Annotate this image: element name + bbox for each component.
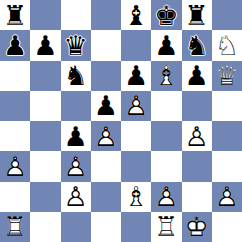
white-piece-outline: ♖ xyxy=(151,212,181,242)
square-f4[interactable] xyxy=(151,121,181,151)
square-f3[interactable] xyxy=(151,151,181,181)
square-h3[interactable] xyxy=(212,151,242,181)
square-c4[interactable]: ♟ xyxy=(61,121,91,151)
square-g5[interactable] xyxy=(182,91,212,121)
square-a4[interactable] xyxy=(0,121,30,151)
square-g4[interactable]: ♟♙ xyxy=(182,121,212,151)
square-h2[interactable]: ♟♙ xyxy=(212,182,242,212)
square-c7[interactable]: ♛ xyxy=(61,30,91,60)
square-d1[interactable] xyxy=(91,212,121,242)
square-b1[interactable] xyxy=(30,212,60,242)
square-d2[interactable] xyxy=(91,182,121,212)
square-h4[interactable] xyxy=(212,121,242,151)
square-f1[interactable]: ♜♖ xyxy=(151,212,181,242)
white-pawn[interactable]: ♟♙ xyxy=(121,91,151,121)
white-pawn[interactable]: ♟♙ xyxy=(91,121,121,151)
square-a2[interactable] xyxy=(0,182,30,212)
black-rook[interactable]: ♜ xyxy=(0,0,30,30)
black-pawn[interactable]: ♟ xyxy=(91,91,121,121)
square-a8[interactable]: ♜ xyxy=(0,0,30,30)
black-piece-glyph: ♟ xyxy=(61,121,91,151)
square-h6[interactable]: ♛♕ xyxy=(212,61,242,91)
white-piece-outline: ♔ xyxy=(182,212,212,242)
square-c2[interactable]: ♟♙ xyxy=(61,182,91,212)
square-f2[interactable]: ♟♙ xyxy=(151,182,181,212)
square-e3[interactable] xyxy=(121,151,151,181)
black-knight[interactable]: ♞ xyxy=(182,30,212,60)
square-d5[interactable]: ♟ xyxy=(91,91,121,121)
square-h8[interactable] xyxy=(212,0,242,30)
black-queen[interactable]: ♛ xyxy=(61,30,91,60)
white-piece-outline: ♗ xyxy=(121,182,151,212)
black-piece-glyph: ♟ xyxy=(30,30,60,60)
square-g3[interactable] xyxy=(182,151,212,181)
white-rook[interactable]: ♜♖ xyxy=(0,212,30,242)
black-king[interactable]: ♚ xyxy=(151,0,181,30)
black-piece-glyph: ♟ xyxy=(182,61,212,91)
white-king[interactable]: ♚♔ xyxy=(182,212,212,242)
black-piece-glyph: ♜ xyxy=(0,0,30,30)
square-b6[interactable] xyxy=(30,61,60,91)
square-f6[interactable]: ♝♗ xyxy=(151,61,181,91)
square-f8[interactable]: ♚ xyxy=(151,0,181,30)
black-bishop[interactable]: ♝ xyxy=(121,0,151,30)
white-piece-outline: ♕ xyxy=(212,61,242,91)
square-g2[interactable] xyxy=(182,182,212,212)
black-piece-glyph: ♞ xyxy=(182,30,212,60)
square-e5[interactable]: ♟♙ xyxy=(121,91,151,121)
white-pawn[interactable]: ♟♙ xyxy=(151,182,181,212)
white-piece-outline: ♙ xyxy=(182,121,212,151)
white-pawn[interactable]: ♟♙ xyxy=(61,151,91,181)
white-queen[interactable]: ♛♕ xyxy=(212,61,242,91)
square-d4[interactable]: ♟♙ xyxy=(91,121,121,151)
white-piece-outline: ♙ xyxy=(121,91,151,121)
white-rook[interactable]: ♜♖ xyxy=(151,212,181,242)
square-h1[interactable] xyxy=(212,212,242,242)
white-piece-outline: ♙ xyxy=(91,121,121,151)
square-a1[interactable]: ♜♖ xyxy=(0,212,30,242)
black-pawn[interactable]: ♟ xyxy=(182,61,212,91)
black-piece-glyph: ♛ xyxy=(61,30,91,60)
black-rook[interactable]: ♜ xyxy=(182,0,212,30)
white-pawn[interactable]: ♟♙ xyxy=(61,182,91,212)
square-a6[interactable] xyxy=(0,61,30,91)
square-b4[interactable] xyxy=(30,121,60,151)
black-piece-glyph: ♚ xyxy=(151,0,181,30)
square-e2[interactable]: ♝♗ xyxy=(121,182,151,212)
white-piece-outline: ♘ xyxy=(212,30,242,60)
square-d8[interactable] xyxy=(91,0,121,30)
white-pawn[interactable]: ♟♙ xyxy=(212,182,242,212)
square-g1[interactable]: ♚♔ xyxy=(182,212,212,242)
square-h5[interactable] xyxy=(212,91,242,121)
white-pawn[interactable]: ♟♙ xyxy=(182,121,212,151)
white-piece-outline: ♙ xyxy=(61,182,91,212)
black-piece-glyph: ♝ xyxy=(121,0,151,30)
square-f7[interactable]: ♟ xyxy=(151,30,181,60)
white-knight[interactable]: ♞♘ xyxy=(212,30,242,60)
square-b8[interactable] xyxy=(30,0,60,30)
white-piece-outline: ♗ xyxy=(151,61,181,91)
black-pawn[interactable]: ♟ xyxy=(151,30,181,60)
black-piece-glyph: ♟ xyxy=(91,91,121,121)
square-c5[interactable] xyxy=(61,91,91,121)
white-bishop[interactable]: ♝♗ xyxy=(151,61,181,91)
black-pawn[interactable]: ♟ xyxy=(121,61,151,91)
square-a7[interactable]: ♟ xyxy=(0,30,30,60)
black-pawn[interactable]: ♟ xyxy=(61,121,91,151)
square-e8[interactable]: ♝ xyxy=(121,0,151,30)
white-piece-outline: ♙ xyxy=(0,151,30,181)
square-d6[interactable] xyxy=(91,61,121,91)
square-b3[interactable] xyxy=(30,151,60,181)
square-c6[interactable]: ♞ xyxy=(61,61,91,91)
square-c8[interactable] xyxy=(61,0,91,30)
square-c1[interactable] xyxy=(61,212,91,242)
square-e1[interactable] xyxy=(121,212,151,242)
square-g7[interactable]: ♞ xyxy=(182,30,212,60)
white-piece-outline: ♙ xyxy=(212,182,242,212)
black-piece-glyph: ♟ xyxy=(151,30,181,60)
square-a5[interactable] xyxy=(0,91,30,121)
square-a3[interactable]: ♟♙ xyxy=(0,151,30,181)
square-e7[interactable] xyxy=(121,30,151,60)
square-e4[interactable] xyxy=(121,121,151,151)
white-piece-outline: ♙ xyxy=(61,151,91,181)
square-e6[interactable]: ♟ xyxy=(121,61,151,91)
black-piece-glyph: ♞ xyxy=(61,61,91,91)
square-g6[interactable]: ♟ xyxy=(182,61,212,91)
square-d3[interactable] xyxy=(91,151,121,181)
chess-board: ♜♝♚♜♟♟♛♟♞♞♘♞♟♝♗♟♛♕♟♟♙♟♟♙♟♙♟♙♟♙♟♙♝♗♟♙♟♙♜♖… xyxy=(0,0,242,242)
black-knight[interactable]: ♞ xyxy=(61,61,91,91)
black-piece-glyph: ♟ xyxy=(0,30,30,60)
square-g8[interactable]: ♜ xyxy=(182,0,212,30)
black-piece-glyph: ♟ xyxy=(121,61,151,91)
black-pawn[interactable]: ♟ xyxy=(0,30,30,60)
white-bishop[interactable]: ♝♗ xyxy=(121,182,151,212)
black-piece-glyph: ♜ xyxy=(182,0,212,30)
square-c3[interactable]: ♟♙ xyxy=(61,151,91,181)
black-pawn[interactable]: ♟ xyxy=(30,30,60,60)
square-b2[interactable] xyxy=(30,182,60,212)
square-f5[interactable] xyxy=(151,91,181,121)
square-d7[interactable] xyxy=(91,30,121,60)
square-b7[interactable]: ♟ xyxy=(30,30,60,60)
square-b5[interactable] xyxy=(30,91,60,121)
white-piece-outline: ♙ xyxy=(151,182,181,212)
white-pawn[interactable]: ♟♙ xyxy=(0,151,30,181)
white-piece-outline: ♖ xyxy=(0,212,30,242)
square-h7[interactable]: ♞♘ xyxy=(212,30,242,60)
